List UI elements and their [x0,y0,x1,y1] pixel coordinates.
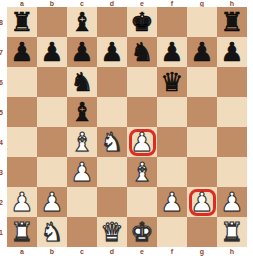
square-a3[interactable] [7,157,37,187]
black-pawn-g7[interactable]: ♟ [187,37,217,67]
black-pawn-d7[interactable]: ♟ [97,37,127,67]
white-king-e1[interactable]: ♚ [127,217,157,247]
white-bishop-c4[interactable]: ♝ [67,127,97,157]
square-a6[interactable] [7,67,37,97]
black-king-e8[interactable]: ♚ [127,7,157,37]
white-pawn-h2[interactable]: ♟ [217,187,247,217]
black-pawn-c7[interactable]: ♟ [67,37,97,67]
file-label-g: g [200,0,204,7]
file-label-f: f [171,0,173,7]
square-f3[interactable] [157,157,187,187]
rank-label-7: 7 [0,49,3,56]
square-e6[interactable] [127,67,157,97]
square-d4[interactable]: ♞ [97,127,127,157]
square-f4[interactable] [157,127,187,157]
rank-label-3: 3 [0,169,3,176]
square-c3[interactable]: ♟ [67,157,97,187]
file-label-b: b [50,0,54,7]
square-h3[interactable] [217,157,247,187]
square-g6[interactable] [187,67,217,97]
square-g7[interactable]: ♟ [187,37,217,67]
square-d1[interactable]: ♛ [97,217,127,247]
square-f6[interactable]: ♛ [157,67,187,97]
white-bishop-e3[interactable]: ♝ [127,157,157,187]
square-e2[interactable] [127,187,157,217]
square-b6[interactable] [37,67,67,97]
file-label-h: h [230,0,234,7]
black-rook-h8[interactable]: ♜ [217,7,247,37]
square-d2[interactable] [97,187,127,217]
black-bishop-c8[interactable]: ♝ [67,7,97,37]
file-label-f: f [171,248,173,255]
square-h1[interactable]: ♜ [217,217,247,247]
file-labels-top: abcdefgh [7,0,247,7]
black-knight-e7[interactable]: ♞ [127,37,157,67]
square-b7[interactable]: ♟ [37,37,67,67]
white-pawn-f2[interactable]: ♟ [157,187,187,217]
black-bishop-c5[interactable]: ♝ [67,97,97,127]
rank-labels-left: 87654321 [0,7,7,247]
square-b2[interactable]: ♟ [37,187,67,217]
black-pawn-h7[interactable]: ♟ [217,37,247,67]
black-rook-a8[interactable]: ♜ [7,7,37,37]
square-d7[interactable]: ♟ [97,37,127,67]
file-label-c: c [80,248,84,255]
black-pawn-a7[interactable]: ♟ [7,37,37,67]
white-rook-h1[interactable]: ♜ [217,217,247,247]
white-queen-d1[interactable]: ♛ [97,217,127,247]
square-b3[interactable] [37,157,67,187]
square-h4[interactable] [217,127,247,157]
white-pawn-c3[interactable]: ♟ [67,157,97,187]
file-labels-bottom: abcdefgh [7,247,247,256]
square-h2[interactable]: ♟ [217,187,247,217]
square-h6[interactable] [217,67,247,97]
square-b1[interactable]: ♞ [37,217,67,247]
square-d8[interactable] [97,7,127,37]
square-d6[interactable] [97,67,127,97]
square-b5[interactable] [37,97,67,127]
chess-board[interactable]: ♜♝♚♜♟♟♟♟♞♟♟♟♞♛♝♝♞♟♟♝♟♟♟♟♟♜♞♛♚♜ [7,7,247,247]
white-pawn-b2[interactable]: ♟ [37,187,67,217]
square-a1[interactable]: ♜ [7,217,37,247]
square-e8[interactable]: ♚ [127,7,157,37]
square-a5[interactable] [7,97,37,127]
square-e5[interactable] [127,97,157,127]
square-f1[interactable] [157,217,187,247]
white-pawn-a2[interactable]: ♟ [7,187,37,217]
file-label-b: b [50,248,54,255]
file-label-d: d [110,0,114,7]
black-pawn-f7[interactable]: ♟ [157,37,187,67]
rank-label-1: 1 [0,229,3,236]
square-c8[interactable]: ♝ [67,7,97,37]
square-g3[interactable] [187,157,217,187]
file-label-e: e [140,248,144,255]
square-g1[interactable] [187,217,217,247]
square-c1[interactable] [67,217,97,247]
square-f2[interactable]: ♟ [157,187,187,217]
file-label-a: a [20,0,24,7]
square-g4[interactable] [187,127,217,157]
rank-label-8: 8 [0,19,3,26]
square-g8[interactable] [187,7,217,37]
white-knight-d4[interactable]: ♞ [97,127,127,157]
white-pawn-e4[interactable]: ♟ [127,127,157,157]
rank-label-2: 2 [0,199,3,206]
square-a4[interactable] [7,127,37,157]
square-f7[interactable]: ♟ [157,37,187,67]
chess-board-screenshot: abcdefgh 87654321 ♜♝♚♜♟♟♟♟♞♟♟♟♞♛♝♝♞♟♟♝♟♟… [0,0,253,256]
white-knight-b1[interactable]: ♞ [37,217,67,247]
square-e7[interactable]: ♞ [127,37,157,67]
black-pawn-b7[interactable]: ♟ [37,37,67,67]
square-g2[interactable]: ♟ [187,187,217,217]
white-rook-a1[interactable]: ♜ [7,217,37,247]
square-e4[interactable]: ♟ [127,127,157,157]
square-c5[interactable]: ♝ [67,97,97,127]
file-label-h: h [230,248,234,255]
square-b8[interactable] [37,7,67,37]
square-h7[interactable]: ♟ [217,37,247,67]
white-pawn-g2[interactable]: ♟ [187,187,217,217]
square-a2[interactable]: ♟ [7,187,37,217]
rank-label-4: 4 [0,139,3,146]
square-a7[interactable]: ♟ [7,37,37,67]
square-c6[interactable]: ♞ [67,67,97,97]
square-e1[interactable]: ♚ [127,217,157,247]
square-c4[interactable]: ♝ [67,127,97,157]
square-d3[interactable] [97,157,127,187]
square-f5[interactable] [157,97,187,127]
file-label-d: d [110,248,114,255]
square-e3[interactable]: ♝ [127,157,157,187]
square-g5[interactable] [187,97,217,127]
square-c7[interactable]: ♟ [67,37,97,67]
square-f8[interactable] [157,7,187,37]
square-b4[interactable] [37,127,67,157]
rank-label-6: 6 [0,79,3,86]
file-label-a: a [20,248,24,255]
black-queen-f6[interactable]: ♛ [157,67,187,97]
file-label-e: e [140,0,144,7]
file-label-g: g [200,248,204,255]
square-c2[interactable] [67,187,97,217]
file-label-c: c [80,0,84,7]
square-a8[interactable]: ♜ [7,7,37,37]
square-h5[interactable] [217,97,247,127]
square-d5[interactable] [97,97,127,127]
rank-label-5: 5 [0,109,3,116]
black-knight-c6[interactable]: ♞ [67,67,97,97]
square-h8[interactable]: ♜ [217,7,247,37]
